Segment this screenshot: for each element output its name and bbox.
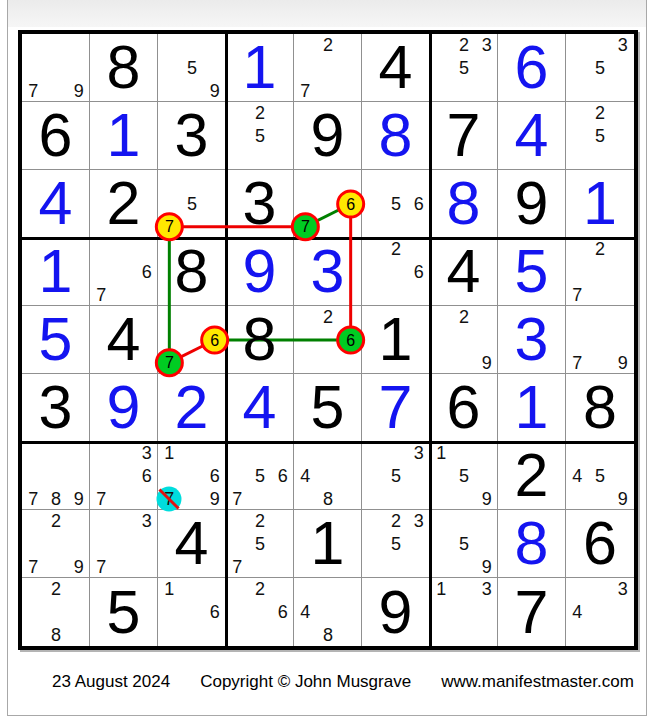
footer-website[interactable]: www.manifestmaster.com [441, 672, 634, 692]
chain-node-digit: 6 [210, 332, 219, 349]
chain-node-digit: 7 [301, 218, 310, 235]
toolbar-strip [8, 0, 646, 27]
footer: 23 August 2024 Copyright © John Musgrave… [52, 672, 634, 692]
chain-node-digit: 7 [165, 218, 174, 235]
chain-node-digit: 6 [346, 332, 355, 349]
chain-node-digit: 6 [346, 196, 355, 213]
footer-date: 23 August 2024 [52, 672, 170, 692]
window-frame: 7985912742356356132598742542573675689116… [7, 0, 647, 716]
chain-node-digit: 7 [165, 354, 174, 371]
footer-copyright: Copyright © John Musgrave [200, 672, 411, 692]
sudoku-board: 7985912742356356132598742542573675689116… [18, 30, 638, 650]
chain-nodes-overlay: 776667 [22, 34, 634, 646]
